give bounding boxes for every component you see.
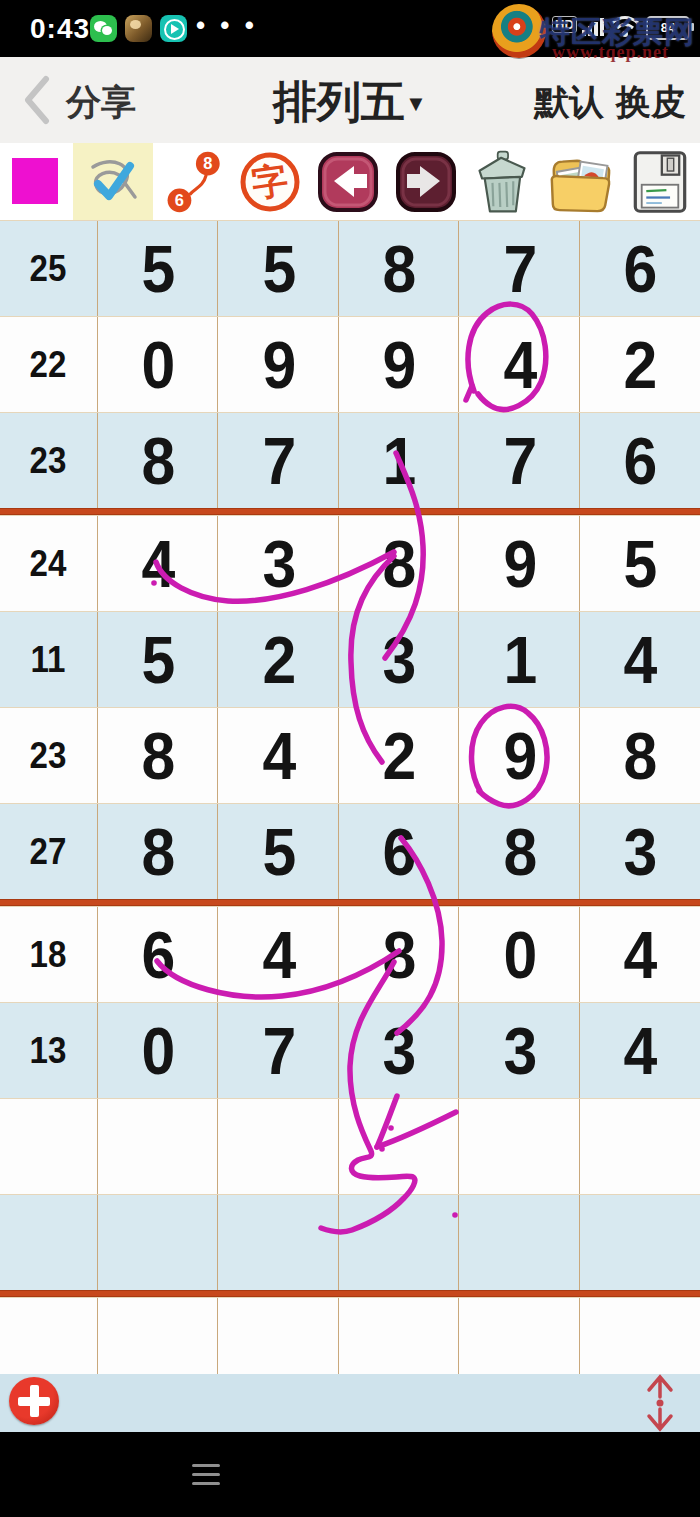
- digit-cell[interactable]: 0: [98, 1003, 218, 1098]
- trash-body-icon: [485, 177, 520, 212]
- section-divider: [0, 1290, 700, 1297]
- digit-cell[interactable]: 9: [218, 317, 338, 412]
- dropdown-caret-icon: ▼: [405, 91, 427, 116]
- digit-cell[interactable]: 4: [580, 1003, 700, 1098]
- digit-cell[interactable]: 0: [98, 317, 218, 412]
- chart-row: 1152314: [0, 611, 700, 707]
- skin-change-button[interactable]: 换皮: [616, 82, 686, 121]
- save-button[interactable]: [628, 150, 692, 214]
- row-sum-label: 18: [0, 907, 98, 1002]
- digit-cell[interactable]: 3: [339, 612, 459, 707]
- row-sum-label: 23: [0, 413, 98, 508]
- pen-color-swatch[interactable]: [12, 158, 58, 204]
- digit-cell[interactable]: [580, 1195, 700, 1290]
- digit-cell[interactable]: [98, 1195, 218, 1290]
- stamp-character: 字: [249, 159, 290, 205]
- digit-cell[interactable]: 5: [98, 221, 218, 316]
- digit-cell[interactable]: 8: [98, 708, 218, 803]
- digit-cell[interactable]: 4: [218, 907, 338, 1002]
- digit-cell[interactable]: 5: [98, 612, 218, 707]
- folder-front-icon: [552, 176, 609, 211]
- scroll-down-icon: [649, 1409, 671, 1429]
- digit-cell[interactable]: 2: [218, 612, 338, 707]
- digit-cell[interactable]: 2: [339, 708, 459, 803]
- connector-line-icon: [190, 176, 206, 194]
- digit-cell[interactable]: [339, 1099, 459, 1194]
- undo-button[interactable]: [316, 150, 380, 214]
- digit-cell[interactable]: 8: [339, 221, 459, 316]
- app-screen: 0:43 • • • HD 84 特区彩票网 www.tqep.net 分享 排…: [0, 0, 700, 1517]
- text-stamp-tool[interactable]: 字: [238, 150, 302, 214]
- section-divider: [0, 508, 700, 515]
- digit-cell[interactable]: 9: [459, 708, 579, 803]
- digit-cell[interactable]: 4: [580, 612, 700, 707]
- gallery-button[interactable]: [548, 150, 612, 214]
- add-row-button[interactable]: [9, 1377, 59, 1425]
- digit-cell[interactable]: 7: [459, 221, 579, 316]
- clear-trash-button[interactable]: [470, 150, 534, 214]
- digit-cell[interactable]: 6: [580, 413, 700, 508]
- bottom-bar: [0, 1374, 700, 1432]
- digit-cell[interactable]: 8: [339, 516, 459, 611]
- digit-cell[interactable]: [339, 1195, 459, 1290]
- row-sum-label: 22: [0, 317, 98, 412]
- app-notification-icon: [125, 15, 152, 42]
- digit-cell[interactable]: 1: [339, 413, 459, 508]
- digit-cell[interactable]: 9: [339, 317, 459, 412]
- nav-bar: 分享 排列五▼ 默认换皮: [0, 57, 700, 143]
- digit-cell[interactable]: 7: [459, 413, 579, 508]
- digit-cell[interactable]: 5: [218, 221, 338, 316]
- connect-numbers-tool[interactable]: 8 6: [163, 150, 227, 214]
- chart-row: 2387176: [0, 412, 700, 508]
- scroll-up-icon: [649, 1377, 671, 1397]
- annotation-toolbar: 8 6 字: [0, 143, 700, 220]
- digit-cell[interactable]: [218, 1298, 338, 1385]
- digit-cell[interactable]: [98, 1298, 218, 1385]
- svg-text:6: 6: [175, 191, 184, 209]
- digit-cell[interactable]: 8: [98, 804, 218, 899]
- row-sum-label: [0, 1298, 98, 1385]
- wechat-notification-icon: [90, 15, 117, 42]
- chart-row: [0, 1098, 700, 1194]
- digit-cell[interactable]: 8: [459, 804, 579, 899]
- tqcp-logo-watermark: [492, 4, 546, 58]
- digit-cell[interactable]: [580, 1099, 700, 1194]
- row-sum-label: [0, 1099, 98, 1194]
- digit-cell[interactable]: 4: [98, 516, 218, 611]
- chart-row: 2209942: [0, 316, 700, 412]
- digit-cell[interactable]: 3: [339, 1003, 459, 1098]
- row-sum-label: 24: [0, 516, 98, 611]
- redo-button[interactable]: [394, 150, 458, 214]
- digit-cell[interactable]: 3: [580, 804, 700, 899]
- chart-row: 1307334: [0, 1002, 700, 1098]
- skin-default-button[interactable]: 默认: [534, 82, 604, 121]
- digit-cell[interactable]: 8: [339, 907, 459, 1002]
- digit-cell[interactable]: [218, 1195, 338, 1290]
- chart-row: [0, 1297, 700, 1385]
- digit-cell[interactable]: 6: [98, 907, 218, 1002]
- pen-check-tool-selected[interactable]: [73, 143, 153, 220]
- trend-grid: 2555876220994223871762443895115231423842…: [0, 220, 700, 1385]
- digit-cell[interactable]: 8: [580, 708, 700, 803]
- row-sum-label: 11: [0, 612, 98, 707]
- page-title: 排列五: [273, 77, 405, 126]
- row-sum-label: [0, 1195, 98, 1290]
- digit-cell[interactable]: 1: [459, 612, 579, 707]
- digit-cell[interactable]: 6: [580, 221, 700, 316]
- digit-cell[interactable]: 4: [580, 907, 700, 1002]
- chart-row: 1864804: [0, 906, 700, 1002]
- chart-row: 2785683: [0, 803, 700, 899]
- clock: 0:43: [30, 13, 90, 45]
- menu-hamburger-icon[interactable]: [192, 1464, 220, 1485]
- digit-cell[interactable]: 2: [580, 317, 700, 412]
- digit-cell[interactable]: 5: [580, 516, 700, 611]
- digit-cell[interactable]: 3: [218, 516, 338, 611]
- digit-cell[interactable]: 4: [459, 317, 579, 412]
- digit-cell[interactable]: [459, 1099, 579, 1194]
- digit-cell[interactable]: [98, 1099, 218, 1194]
- chart-row: 2384298: [0, 707, 700, 803]
- row-sum-label: 23: [0, 708, 98, 803]
- digit-cell[interactable]: [459, 1298, 579, 1385]
- digit-cell[interactable]: [218, 1099, 338, 1194]
- watermark-site-url: www.tqep.net: [552, 42, 669, 63]
- scroll-up-down-control[interactable]: [634, 1374, 686, 1432]
- row-sum-label: 27: [0, 804, 98, 899]
- svg-text:8: 8: [203, 154, 212, 172]
- system-nav-area: [0, 1432, 700, 1517]
- chart-row: 2443895: [0, 515, 700, 611]
- section-divider: [0, 899, 700, 906]
- media-play-notification-icon: [160, 15, 187, 42]
- skin-controls: 默认换皮: [522, 79, 686, 126]
- chart-row: 2555876: [0, 220, 700, 316]
- digit-cell[interactable]: 4: [218, 708, 338, 803]
- more-notifications-icon: • • •: [196, 10, 258, 41]
- row-sum-label: 13: [0, 1003, 98, 1098]
- digit-cell[interactable]: 3: [459, 1003, 579, 1098]
- digit-cell[interactable]: [339, 1298, 459, 1385]
- digit-cell[interactable]: [580, 1298, 700, 1385]
- digit-cell[interactable]: 7: [218, 1003, 338, 1098]
- digit-cell[interactable]: 6: [339, 804, 459, 899]
- digit-cell[interactable]: 7: [218, 413, 338, 508]
- chart-row: [0, 1194, 700, 1290]
- trash-lid-icon: [480, 158, 525, 179]
- digit-cell[interactable]: 0: [459, 907, 579, 1002]
- digit-cell[interactable]: 9: [459, 516, 579, 611]
- row-sum-label: 25: [0, 221, 98, 316]
- digit-cell[interactable]: [459, 1195, 579, 1290]
- digit-cell[interactable]: 5: [218, 804, 338, 899]
- digit-cell[interactable]: 8: [98, 413, 218, 508]
